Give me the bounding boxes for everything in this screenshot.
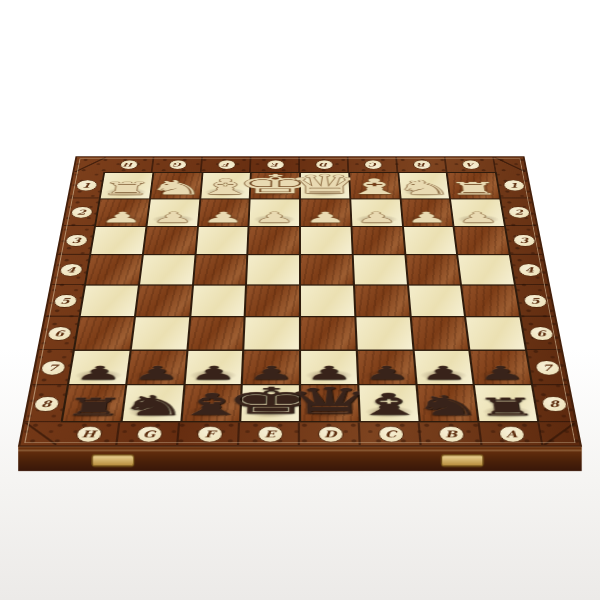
piece-black-knight-b8[interactable]: ♞: [412, 392, 484, 420]
square-c8[interactable]: ♝: [359, 385, 418, 421]
piece-shadow: [126, 406, 178, 419]
square-h8[interactable]: ♜: [63, 385, 125, 421]
square-h2[interactable]: ♟: [96, 199, 149, 225]
square-a5[interactable]: [462, 286, 519, 316]
rank-label-right-7: 7: [534, 360, 561, 375]
hinge-right: [441, 454, 484, 466]
rank-label-left-7: 7: [39, 360, 66, 375]
square-e4[interactable]: [247, 255, 299, 284]
piece-shadow: [185, 406, 236, 419]
square-f7[interactable]: ♟: [185, 350, 242, 384]
file-label-near-a: A: [497, 426, 525, 442]
square-f2[interactable]: ♟: [199, 199, 249, 225]
piece-black-bishop-f8[interactable]: ♝: [173, 390, 250, 420]
piece-black-rook-h8[interactable]: ♜: [61, 395, 126, 420]
file-label-near-c: C: [377, 426, 404, 442]
piece-shadow: [481, 406, 533, 419]
chess-board: HGFEDCBA HGFEDCBA 12345678 12345678 ♜♞♝♚…: [18, 156, 582, 447]
square-g3[interactable]: [144, 227, 197, 255]
square-c2[interactable]: ♟: [351, 199, 401, 225]
piece-black-rook-a8[interactable]: ♜: [474, 395, 539, 420]
piece-shadow: [73, 370, 124, 382]
rank-label-left-5: 5: [52, 294, 78, 308]
piece-shadow: [131, 370, 182, 382]
square-d2[interactable]: ♟: [301, 199, 350, 225]
square-h3[interactable]: [91, 227, 145, 255]
square-h7[interactable]: ♟: [69, 350, 129, 384]
square-b2[interactable]: ♟: [401, 199, 453, 225]
piece-shadow: [67, 406, 119, 419]
square-g8[interactable]: ♞: [122, 385, 182, 421]
square-a2[interactable]: ♟: [451, 199, 504, 225]
piece-black-king-e8[interactable]: ♚: [224, 383, 317, 420]
square-e8[interactable]: ♚: [242, 385, 299, 421]
square-e2[interactable]: ♟: [250, 199, 299, 225]
file-label-far-g: G: [168, 160, 187, 169]
square-b5[interactable]: [409, 286, 465, 316]
file-label-far-b: B: [413, 160, 432, 169]
piece-black-queen-d8[interactable]: ♛: [283, 383, 376, 420]
square-e5[interactable]: [246, 286, 299, 316]
square-c3[interactable]: [352, 227, 404, 255]
rank-label-right-8: 8: [540, 396, 568, 412]
file-label-near-e: E: [257, 426, 283, 442]
piece-white-pawn-f2[interactable]: ♟: [202, 210, 245, 225]
piece-black-pawn-b7[interactable]: ♟: [419, 364, 469, 383]
square-h1[interactable]: ♜: [101, 173, 152, 198]
square-g7[interactable]: ♟: [127, 350, 186, 384]
piece-shadow: [246, 370, 296, 382]
square-b3[interactable]: [403, 227, 456, 255]
square-b4[interactable]: [406, 255, 460, 284]
file-label-far-h: H: [119, 160, 138, 169]
frame-corner-miter: [74, 157, 106, 172]
file-label-far-f: F: [217, 160, 236, 169]
frame-corner-miter: [494, 157, 526, 172]
piece-shadow: [304, 406, 355, 419]
rank-label-right-5: 5: [522, 294, 548, 308]
piece-white-pawn-h2[interactable]: ♟: [100, 210, 145, 225]
piece-black-pawn-c7[interactable]: ♟: [362, 364, 411, 383]
square-e7[interactable]: ♟: [243, 350, 299, 384]
square-f6[interactable]: [188, 317, 244, 349]
square-d1[interactable]: ♛: [301, 173, 349, 198]
square-b8[interactable]: ♞: [417, 385, 477, 421]
square-a8[interactable]: ♜: [475, 385, 537, 421]
piece-shadow: [363, 406, 414, 419]
piece-black-bishop-c8[interactable]: ♝: [350, 390, 427, 420]
piece-white-pawn-a2[interactable]: ♟: [456, 210, 501, 225]
file-label-near-f: F: [196, 426, 223, 442]
square-e3[interactable]: [249, 227, 300, 255]
piece-black-pawn-d7[interactable]: ♟: [305, 364, 353, 383]
square-b6[interactable]: [411, 317, 468, 349]
square-c4[interactable]: [353, 255, 406, 284]
piece-black-pawn-h7[interactable]: ♟: [73, 364, 124, 383]
file-label-far-c: C: [364, 160, 383, 169]
piece-shadow: [304, 370, 354, 382]
square-c6[interactable]: [356, 317, 412, 349]
rank-label-right-4: 4: [517, 263, 542, 276]
file-labels-near: HGFEDCBA: [57, 422, 544, 445]
file-label-near-h: H: [75, 426, 103, 442]
board-grid: ♜♞♝♚♛♝♞♜♟♟♟♟♟♟♟♟♟♟♟♟♟♟♟♟♜♞♝♚♛♝♞♜: [60, 172, 539, 422]
square-d3[interactable]: [301, 227, 352, 255]
square-f4[interactable]: [194, 255, 247, 284]
front-edge: [18, 445, 582, 471]
square-a6[interactable]: [466, 317, 525, 349]
square-d5[interactable]: [301, 286, 354, 316]
square-c5[interactable]: [355, 286, 409, 316]
file-label-far-e: E: [266, 160, 284, 169]
square-h5[interactable]: [81, 286, 138, 316]
rank-label-right-2: 2: [507, 206, 531, 218]
frame-corner-miter: [20, 422, 60, 445]
piece-shadow: [361, 370, 411, 382]
square-e6[interactable]: [245, 317, 299, 349]
rank-label-right-1: 1: [502, 180, 525, 191]
file-label-far-d: D: [315, 160, 333, 169]
square-d6[interactable]: [301, 317, 355, 349]
square-a3[interactable]: [455, 227, 509, 255]
scene: HGFEDCBA HGFEDCBA 12345678 12345678 ♜♞♝♚…: [0, 0, 600, 600]
rank-label-left-6: 6: [46, 326, 72, 340]
file-label-near-b: B: [437, 426, 464, 442]
file-label-near-d: D: [317, 426, 343, 442]
piece-white-pawn-g2[interactable]: ♟: [151, 210, 195, 225]
frame-corner-miter: [540, 422, 580, 445]
piece-black-pawn-a7[interactable]: ♟: [476, 364, 527, 383]
rank-label-left-4: 4: [58, 263, 83, 276]
square-a1[interactable]: ♜: [448, 173, 499, 198]
piece-shadow: [245, 406, 296, 419]
piece-shadow: [188, 370, 238, 382]
square-h4[interactable]: [86, 255, 141, 284]
square-d8[interactable]: ♛: [301, 385, 358, 421]
piece-shadow: [476, 370, 527, 382]
piece-white-pawn-e2[interactable]: ♟: [253, 210, 296, 225]
square-g5[interactable]: [136, 286, 192, 316]
piece-white-pawn-d2[interactable]: ♟: [304, 210, 347, 225]
square-a4[interactable]: [458, 255, 513, 284]
square-f5[interactable]: [191, 286, 245, 316]
rank-label-left-3: 3: [64, 234, 88, 246]
square-g6[interactable]: [132, 317, 189, 349]
piece-white-rook-h1[interactable]: ♜: [99, 180, 153, 197]
file-label-near-g: G: [135, 426, 162, 442]
square-f8[interactable]: ♝: [182, 385, 241, 421]
piece-black-knight-g8[interactable]: ♞: [117, 392, 189, 420]
piece-white-knight-b1[interactable]: ♞: [394, 178, 454, 198]
piece-shadow: [422, 406, 474, 419]
rank-label-left-1: 1: [75, 180, 98, 191]
piece-white-pawn-c2[interactable]: ♟: [355, 210, 398, 225]
square-c1[interactable]: ♝: [350, 173, 399, 198]
piece-black-pawn-e7[interactable]: ♟: [247, 364, 295, 383]
rank-label-left-8: 8: [32, 396, 60, 412]
square-d7[interactable]: ♟: [301, 350, 357, 384]
hinge-left: [91, 454, 134, 466]
rank-label-right-3: 3: [512, 234, 536, 246]
piece-shadow: [419, 370, 470, 382]
square-h6[interactable]: [75, 317, 134, 349]
piece-black-pawn-f7[interactable]: ♟: [189, 364, 238, 383]
square-c7[interactable]: ♟: [358, 350, 415, 384]
square-g4[interactable]: [140, 255, 194, 284]
square-b7[interactable]: ♟: [414, 350, 473, 384]
file-label-far-a: A: [461, 160, 480, 169]
square-g2[interactable]: ♟: [147, 199, 199, 225]
rank-label-right-6: 6: [528, 326, 554, 340]
square-f3[interactable]: [196, 227, 248, 255]
square-a7[interactable]: ♟: [471, 350, 531, 384]
rank-label-left-2: 2: [69, 206, 93, 218]
piece-white-pawn-b2[interactable]: ♟: [405, 210, 449, 225]
square-d4[interactable]: [301, 255, 353, 284]
piece-black-pawn-g7[interactable]: ♟: [131, 364, 181, 383]
piece-white-rook-a1[interactable]: ♜: [447, 180, 501, 197]
